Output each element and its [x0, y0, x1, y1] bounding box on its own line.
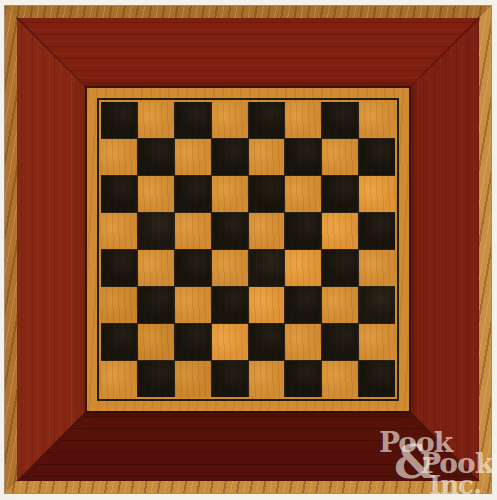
square-f5[interactable] [285, 213, 321, 249]
square-b6[interactable] [138, 176, 174, 212]
red-mahogany-frame [17, 18, 479, 481]
square-a5[interactable] [101, 213, 137, 249]
square-d1[interactable] [212, 361, 248, 397]
square-a2[interactable] [101, 324, 137, 360]
square-g8[interactable] [322, 102, 358, 138]
square-d6[interactable] [212, 176, 248, 212]
square-b5[interactable] [138, 213, 174, 249]
square-f8[interactable] [285, 102, 321, 138]
square-f2[interactable] [285, 324, 321, 360]
square-f3[interactable] [285, 287, 321, 323]
square-h7[interactable] [359, 139, 395, 175]
square-c5[interactable] [175, 213, 211, 249]
square-g4[interactable] [322, 250, 358, 286]
square-f7[interactable] [285, 139, 321, 175]
square-g6[interactable] [322, 176, 358, 212]
square-d5[interactable] [212, 213, 248, 249]
square-d7[interactable] [212, 139, 248, 175]
square-c3[interactable] [175, 287, 211, 323]
square-d2[interactable] [212, 324, 248, 360]
square-e1[interactable] [249, 361, 285, 397]
square-c8[interactable] [175, 102, 211, 138]
square-e3[interactable] [249, 287, 285, 323]
square-g5[interactable] [322, 213, 358, 249]
square-c4[interactable] [175, 250, 211, 286]
square-g2[interactable] [322, 324, 358, 360]
square-a3[interactable] [101, 287, 137, 323]
square-e4[interactable] [249, 250, 285, 286]
square-c1[interactable] [175, 361, 211, 397]
square-h5[interactable] [359, 213, 395, 249]
square-h2[interactable] [359, 324, 395, 360]
square-b8[interactable] [138, 102, 174, 138]
square-c6[interactable] [175, 176, 211, 212]
square-g7[interactable] [322, 139, 358, 175]
square-b7[interactable] [138, 139, 174, 175]
square-f1[interactable] [285, 361, 321, 397]
square-h6[interactable] [359, 176, 395, 212]
square-f6[interactable] [285, 176, 321, 212]
gameboard-photo: Pook & Pook Inc. [0, 0, 497, 500]
square-e8[interactable] [249, 102, 285, 138]
square-a7[interactable] [101, 139, 137, 175]
checkerboard-grid [101, 102, 395, 397]
square-d3[interactable] [212, 287, 248, 323]
square-e6[interactable] [249, 176, 285, 212]
square-c2[interactable] [175, 324, 211, 360]
square-b2[interactable] [138, 324, 174, 360]
square-b3[interactable] [138, 287, 174, 323]
square-d8[interactable] [212, 102, 248, 138]
square-a4[interactable] [101, 250, 137, 286]
square-b4[interactable] [138, 250, 174, 286]
square-c7[interactable] [175, 139, 211, 175]
square-h1[interactable] [359, 361, 395, 397]
square-g1[interactable] [322, 361, 358, 397]
square-g3[interactable] [322, 287, 358, 323]
square-e5[interactable] [249, 213, 285, 249]
square-h4[interactable] [359, 250, 395, 286]
square-a6[interactable] [101, 176, 137, 212]
square-h8[interactable] [359, 102, 395, 138]
square-a1[interactable] [101, 361, 137, 397]
square-a8[interactable] [101, 102, 137, 138]
square-f4[interactable] [285, 250, 321, 286]
checkerboard [87, 88, 409, 411]
square-d4[interactable] [212, 250, 248, 286]
square-e2[interactable] [249, 324, 285, 360]
square-b1[interactable] [138, 361, 174, 397]
square-e7[interactable] [249, 139, 285, 175]
square-h3[interactable] [359, 287, 395, 323]
